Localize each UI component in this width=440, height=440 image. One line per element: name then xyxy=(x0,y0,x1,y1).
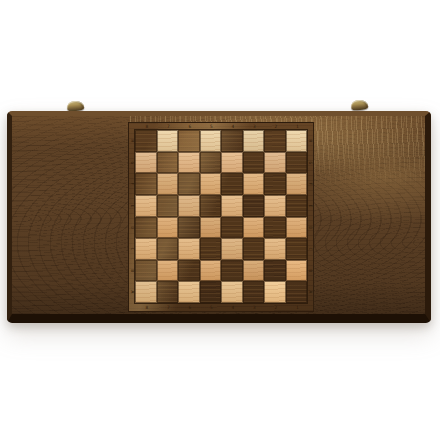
coordinate-label: E xyxy=(121,203,143,208)
coords-left: HGFEDCBA xyxy=(130,130,135,303)
light-square xyxy=(221,238,243,260)
coordinate-label: F xyxy=(121,182,143,187)
light-square xyxy=(178,281,200,303)
light-square xyxy=(135,152,157,174)
coordinate-label: 8 xyxy=(136,305,158,311)
product-photo: 87654321 87654321 HGFEDCBA HGFEDCBA xyxy=(0,0,440,440)
light-square xyxy=(200,130,222,152)
coordinate-label: 4 xyxy=(222,124,244,129)
coordinate-label: D xyxy=(299,225,321,230)
dark-square xyxy=(264,130,286,152)
coords-top: 87654321 xyxy=(136,124,308,129)
coordinate-label: C xyxy=(121,246,143,251)
dark-square xyxy=(200,238,222,260)
light-square xyxy=(243,217,265,239)
light-square xyxy=(135,281,157,303)
light-square xyxy=(286,173,308,195)
coordinate-label: 3 xyxy=(244,124,266,129)
right-hinge xyxy=(351,100,368,110)
light-square xyxy=(264,238,286,260)
dark-square xyxy=(178,217,200,239)
dark-square xyxy=(264,217,286,239)
coordinate-label: 5 xyxy=(201,124,223,129)
dark-square xyxy=(157,281,179,303)
light-square xyxy=(243,130,265,152)
coordinate-label: 8 xyxy=(136,124,158,129)
light-square xyxy=(157,217,179,239)
chessboard-grid xyxy=(135,130,307,303)
dark-square xyxy=(157,195,179,217)
coordinate-label: 2 xyxy=(265,124,287,129)
dark-square xyxy=(200,281,222,303)
coordinate-label: 4 xyxy=(222,305,244,311)
light-square xyxy=(243,260,265,282)
coordinate-label: 3 xyxy=(244,305,266,311)
dark-square xyxy=(221,260,243,282)
light-square xyxy=(221,195,243,217)
coordinate-label: H xyxy=(299,138,321,143)
coordinate-label: E xyxy=(299,203,321,208)
dark-square xyxy=(243,238,265,260)
coords-bottom: 87654321 xyxy=(136,305,308,311)
coordinate-label: G xyxy=(299,160,321,165)
coordinate-label: 1 xyxy=(287,124,309,129)
light-square xyxy=(200,173,222,195)
light-square xyxy=(221,152,243,174)
coordinate-label: H xyxy=(121,138,143,143)
dark-square xyxy=(178,173,200,195)
coordinate-label: D xyxy=(121,225,143,230)
light-square xyxy=(286,260,308,282)
light-square xyxy=(264,195,286,217)
light-square xyxy=(178,152,200,174)
light-square xyxy=(221,281,243,303)
dark-square xyxy=(264,260,286,282)
light-square xyxy=(157,130,179,152)
case-lid: 87654321 87654321 HGFEDCBA HGFEDCBA xyxy=(12,116,425,314)
coordinate-label: C xyxy=(299,246,321,251)
dark-square xyxy=(178,260,200,282)
dark-square xyxy=(157,152,179,174)
light-square xyxy=(264,152,286,174)
light-square xyxy=(178,195,200,217)
light-square xyxy=(200,260,222,282)
coords-right: HGFEDCBA xyxy=(308,130,313,303)
dark-square xyxy=(221,217,243,239)
board-inner-frame xyxy=(134,129,308,304)
dark-square xyxy=(264,173,286,195)
left-hinge xyxy=(67,101,84,111)
dark-square xyxy=(178,130,200,152)
dark-square xyxy=(157,238,179,260)
light-square xyxy=(264,281,286,303)
chessboard: 87654321 87654321 HGFEDCBA HGFEDCBA xyxy=(128,122,314,312)
coordinate-label: 6 xyxy=(179,305,201,311)
coordinate-label: 2 xyxy=(265,305,287,311)
coordinate-label: 7 xyxy=(158,124,180,129)
backgammon-case: 87654321 87654321 HGFEDCBA HGFEDCBA xyxy=(7,111,431,323)
hinge-clasp-icon xyxy=(351,99,369,111)
coordinate-label: B xyxy=(121,268,143,273)
coordinate-label: 7 xyxy=(158,305,180,311)
dark-square xyxy=(243,152,265,174)
dark-square xyxy=(221,130,243,152)
light-square xyxy=(157,260,179,282)
light-square xyxy=(200,217,222,239)
dark-square xyxy=(221,173,243,195)
dark-square xyxy=(200,152,222,174)
light-square xyxy=(178,238,200,260)
coordinate-label: A xyxy=(299,290,321,295)
light-square xyxy=(243,173,265,195)
dark-square xyxy=(200,195,222,217)
dark-square xyxy=(243,281,265,303)
coordinate-label: 1 xyxy=(287,305,309,311)
coordinate-label: 6 xyxy=(179,124,201,129)
light-square xyxy=(157,173,179,195)
coordinate-label: 5 xyxy=(201,305,223,311)
dark-square xyxy=(243,195,265,217)
